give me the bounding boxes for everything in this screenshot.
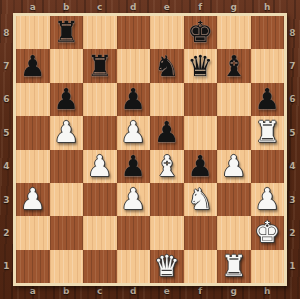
square-e1[interactable]: ♛ (150, 250, 184, 283)
rank-label-8: 8 (0, 16, 13, 49)
rank-label-2: 2 (0, 216, 13, 249)
square-d5[interactable]: ♟ (117, 116, 151, 149)
square-a2[interactable] (16, 216, 50, 249)
board-frame: ♜♚♟♜♞♛♝♟♟♟♟♟♟♜♟♟♝♟♟♟♟♞♟♚♛♜ (13, 13, 287, 286)
white-pawn-d3[interactable]: ♟ (120, 185, 146, 214)
square-g6[interactable] (217, 83, 251, 116)
square-c6[interactable] (83, 83, 117, 116)
square-a1[interactable] (16, 250, 50, 283)
square-f5[interactable] (184, 116, 218, 149)
square-f4[interactable]: ♟ (184, 150, 218, 183)
black-pawn-e5[interactable]: ♟ (154, 118, 180, 147)
square-e5[interactable]: ♟ (150, 116, 184, 149)
square-b3[interactable] (50, 183, 84, 216)
square-a3[interactable]: ♟ (16, 183, 50, 216)
square-b6[interactable]: ♟ (50, 83, 84, 116)
square-b1[interactable] (50, 250, 84, 283)
square-c4[interactable]: ♟ (83, 150, 117, 183)
square-f8[interactable]: ♚ (184, 16, 218, 49)
black-pawn-d6[interactable]: ♟ (120, 85, 146, 114)
square-e6[interactable] (150, 83, 184, 116)
square-g3[interactable] (217, 183, 251, 216)
square-a8[interactable] (16, 16, 50, 49)
square-c1[interactable] (83, 250, 117, 283)
square-h7[interactable] (251, 49, 285, 82)
square-d7[interactable] (117, 49, 151, 82)
file-label-b: b (50, 0, 84, 13)
white-king-h2[interactable]: ♚ (254, 218, 280, 247)
rank-labels-left: 87654321 (0, 16, 13, 283)
black-queen-f7[interactable]: ♛ (187, 52, 213, 81)
square-d8[interactable] (117, 16, 151, 49)
white-pawn-d5[interactable]: ♟ (120, 118, 146, 147)
square-g4[interactable]: ♟ (217, 150, 251, 183)
square-e2[interactable] (150, 216, 184, 249)
rank-label-6: 6 (0, 83, 13, 116)
file-label-e: e (150, 0, 184, 13)
square-d3[interactable]: ♟ (117, 183, 151, 216)
white-pawn-b5[interactable]: ♟ (53, 118, 79, 147)
square-a7[interactable]: ♟ (16, 49, 50, 82)
chess-board: ♜♚♟♜♞♛♝♟♟♟♟♟♟♜♟♟♝♟♟♟♟♞♟♚♛♜ (16, 16, 284, 283)
rank-label-2: 2 (285, 216, 300, 249)
square-h3[interactable]: ♟ (251, 183, 285, 216)
rank-label-1: 1 (285, 250, 300, 283)
white-queen-e1[interactable]: ♛ (154, 252, 180, 281)
white-pawn-g4[interactable]: ♟ (221, 152, 247, 181)
rank-label-4: 4 (0, 150, 13, 183)
square-b4[interactable] (50, 150, 84, 183)
square-c7[interactable]: ♜ (83, 49, 117, 82)
square-f3[interactable]: ♞ (184, 183, 218, 216)
square-b7[interactable] (50, 49, 84, 82)
file-label-f: f (184, 0, 218, 13)
file-label-a: a (16, 0, 50, 13)
square-b8[interactable]: ♜ (50, 16, 84, 49)
white-pawn-a3[interactable]: ♟ (20, 185, 46, 214)
white-rook-h5[interactable]: ♜ (254, 118, 280, 147)
square-g5[interactable] (217, 116, 251, 149)
black-knight-e7[interactable]: ♞ (154, 52, 180, 81)
square-e4[interactable]: ♝ (150, 150, 184, 183)
square-e7[interactable]: ♞ (150, 49, 184, 82)
black-bishop-g7[interactable]: ♝ (221, 52, 247, 81)
square-c3[interactable] (83, 183, 117, 216)
square-d2[interactable] (117, 216, 151, 249)
square-h1[interactable] (251, 250, 285, 283)
black-pawn-b6[interactable]: ♟ (53, 85, 79, 114)
square-h4[interactable] (251, 150, 285, 183)
square-f6[interactable] (184, 83, 218, 116)
square-b2[interactable] (50, 216, 84, 249)
square-e8[interactable] (150, 16, 184, 49)
rank-label-7: 7 (285, 49, 300, 82)
file-label-h: h (251, 0, 285, 13)
square-f7[interactable]: ♛ (184, 49, 218, 82)
square-g1[interactable]: ♜ (217, 250, 251, 283)
rank-label-3: 3 (285, 183, 300, 216)
rank-label-3: 3 (0, 183, 13, 216)
black-pawn-h6[interactable]: ♟ (254, 85, 280, 114)
chess-board-widget: abcdefgh abcdefgh 87654321 87654321 ♜♚♟♜… (0, 0, 300, 299)
black-rook-b8[interactable]: ♜ (53, 18, 79, 47)
square-g2[interactable] (217, 216, 251, 249)
square-a6[interactable] (16, 83, 50, 116)
black-rook-c7[interactable]: ♜ (87, 52, 113, 81)
white-pawn-h3[interactable]: ♟ (254, 185, 280, 214)
square-d1[interactable] (117, 250, 151, 283)
square-a5[interactable] (16, 116, 50, 149)
black-pawn-f4[interactable]: ♟ (187, 152, 213, 181)
file-label-c: c (83, 0, 117, 13)
white-pawn-c4[interactable]: ♟ (87, 152, 113, 181)
rank-label-5: 5 (285, 116, 300, 149)
rank-label-5: 5 (0, 116, 13, 149)
rank-label-1: 1 (0, 250, 13, 283)
rank-label-4: 4 (285, 150, 300, 183)
rank-label-6: 6 (285, 83, 300, 116)
square-c2[interactable] (83, 216, 117, 249)
square-b5[interactable]: ♟ (50, 116, 84, 149)
rank-labels-right: 87654321 (285, 16, 300, 283)
rank-label-8: 8 (285, 16, 300, 49)
square-d4[interactable]: ♟ (117, 150, 151, 183)
square-h5[interactable]: ♜ (251, 116, 285, 149)
white-bishop-e4[interactable]: ♝ (154, 152, 180, 181)
file-label-d: d (117, 0, 151, 13)
square-c8[interactable] (83, 16, 117, 49)
square-h2[interactable]: ♚ (251, 216, 285, 249)
file-label-g: g (217, 0, 251, 13)
black-pawn-a7[interactable]: ♟ (20, 52, 46, 81)
black-king-f8[interactable]: ♚ (187, 18, 213, 47)
white-knight-f3[interactable]: ♞ (187, 185, 213, 214)
file-labels-top: abcdefgh (16, 0, 284, 13)
rank-label-7: 7 (0, 49, 13, 82)
square-h8[interactable] (251, 16, 285, 49)
square-d6[interactable]: ♟ (117, 83, 151, 116)
square-g7[interactable]: ♝ (217, 49, 251, 82)
square-g8[interactable] (217, 16, 251, 49)
square-a4[interactable] (16, 150, 50, 183)
black-pawn-d4[interactable]: ♟ (120, 152, 146, 181)
square-h6[interactable]: ♟ (251, 83, 285, 116)
square-e3[interactable] (150, 183, 184, 216)
square-f2[interactable] (184, 216, 218, 249)
square-f1[interactable] (184, 250, 218, 283)
white-rook-g1[interactable]: ♜ (221, 252, 247, 281)
square-c5[interactable] (83, 116, 117, 149)
